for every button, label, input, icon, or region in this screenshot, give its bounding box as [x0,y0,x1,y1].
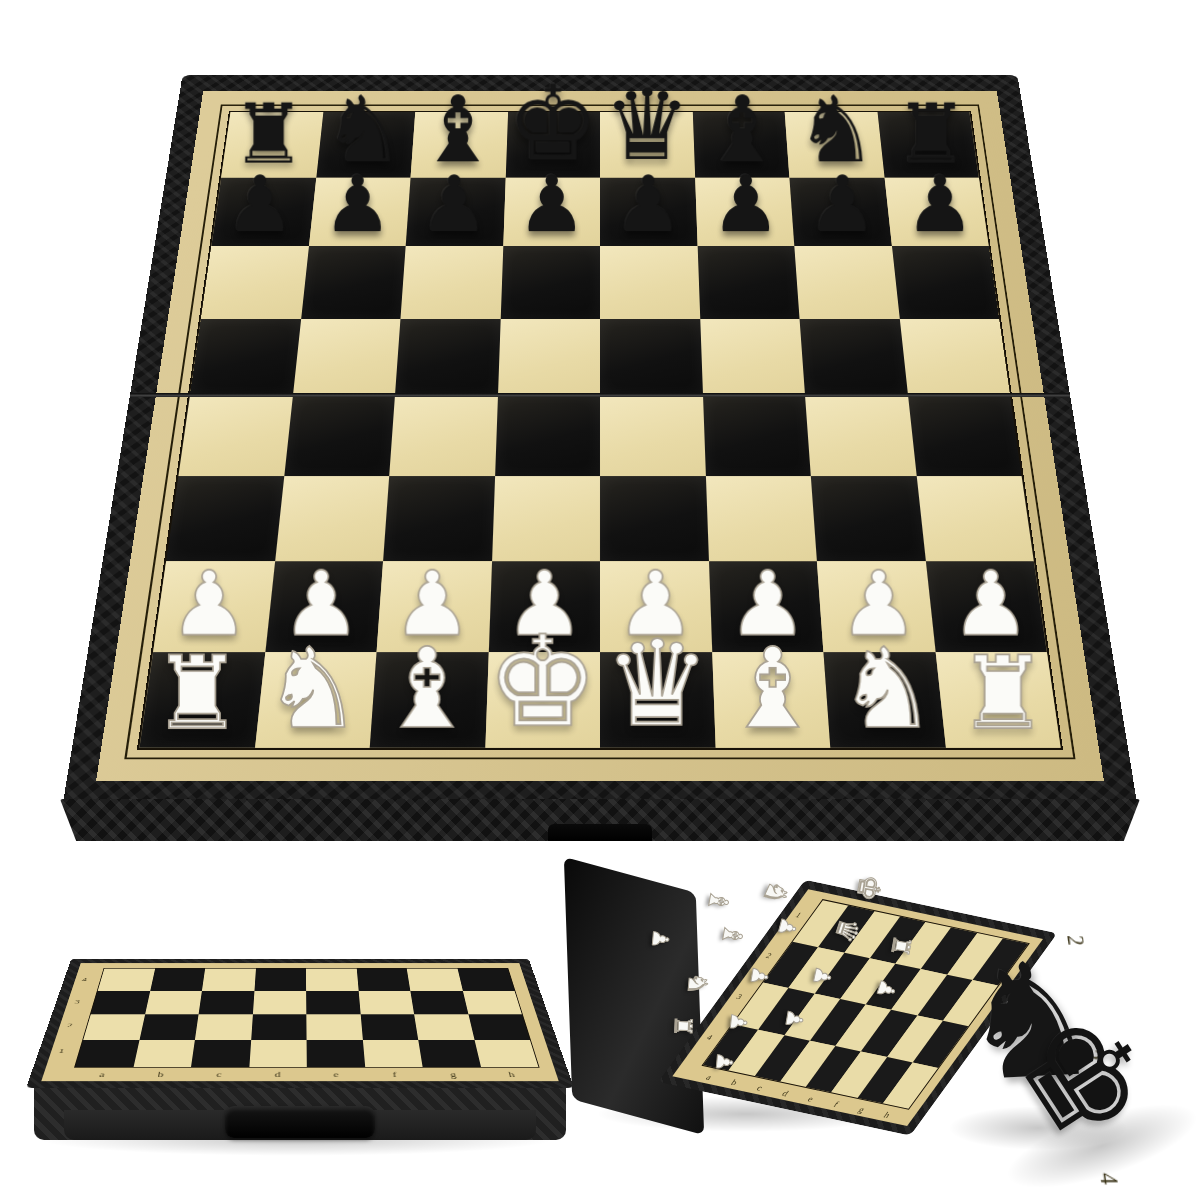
square [400,246,502,318]
square [916,476,1034,561]
rank-number: 3 [74,999,81,1005]
square [492,476,600,561]
file-letter: f [384,1071,405,1080]
white-pawn-lying: ♟ [712,1052,736,1074]
square [407,969,463,991]
tent-left-panel [564,857,704,1135]
file-letter: g [442,1071,463,1080]
white-rook: ♜ [957,643,1048,744]
square [498,319,601,395]
square [410,991,468,1015]
square [98,969,155,991]
file-letter: b [150,1071,171,1080]
rank-number: 2 [66,1022,73,1028]
file-letter: b [725,1077,743,1088]
black-pawn: ♟ [614,166,684,244]
white-rook-lying: ♜ [887,934,914,959]
page-root: { "game": "chess", "scene": "magnetic fo… [0,0,1200,1200]
square [362,1040,422,1067]
square [202,969,256,991]
square [306,1014,362,1039]
white-queen: ♛ [604,625,711,744]
square [468,1014,530,1039]
white-knight-lying: ♞ [758,876,794,911]
square [908,395,1022,476]
square [145,991,202,1015]
square [389,395,497,476]
file-letter: f [827,1099,845,1110]
file-letter: d [268,1071,288,1080]
tent-board: abcdefgh 1234 ♝♞♚♟♝♟♛♜♞♟♟♟♜♟♟♟ [566,842,918,1150]
square [178,395,292,476]
square [150,969,205,991]
folded-board-latch [225,1106,375,1138]
square: ♛ [600,652,715,748]
folded-board-frame: abcdefgh 4321 [26,959,574,1088]
square [201,246,309,318]
folded-board-front [34,1082,566,1140]
folded-board-grid [75,969,538,1067]
square [199,991,254,1015]
file-letter: c [209,1071,230,1080]
board-surface: ♜♞♝♚♛♝♞♜♟♟♟♟♟♟♟♟♟♟♟♟♟♟♟♟♜♞♝♚♛♝♞♜ 1234567… [96,91,1104,781]
loose-pieces: ♞ ♚ [942,948,1194,1192]
square: ♟ [406,177,506,246]
square [800,319,908,395]
white-bishop: ♝ [723,633,823,744]
square [414,1014,474,1039]
white-rook-lying: ♜ [670,1015,695,1037]
square [293,319,401,395]
black-pawn: ♟ [420,166,490,244]
square [395,319,500,395]
square [418,1040,480,1067]
square [356,969,410,991]
file-letter: e [802,1093,820,1104]
square [139,1014,198,1039]
square: ♟ [884,177,989,246]
square [705,476,817,561]
square [307,1040,365,1067]
rank-number: 4 [81,977,87,982]
white-pawn-lying: ♟ [809,964,835,988]
square [75,1040,139,1067]
square [703,395,811,476]
square [195,1014,253,1039]
square [83,1014,144,1039]
file-letter: h [878,1109,896,1120]
square: ♟ [789,177,891,246]
square [700,319,805,395]
black-pawn: ♟ [808,166,878,244]
square: ♚ [485,652,600,748]
square [360,1014,418,1039]
black-pawn: ♟ [225,166,295,244]
square [891,246,999,318]
square [301,246,406,318]
main-board-3d-stage: ♜♞♝♚♛♝♞♜♟♟♟♟♟♟♟♟♟♟♟♟♟♟♟♟♜♞♝♚♛♝♞♜ 1234567… [0,0,1200,860]
file-letter: h [501,1071,523,1080]
square: ♟ [503,177,600,246]
square [600,476,708,561]
square: ♞ [823,652,945,748]
square [600,319,703,395]
board-front-edge [60,799,1140,841]
folded-board: abcdefgh 4321 [26,916,574,1166]
black-pawn: ♟ [323,166,393,244]
main-chess-board: ♜♞♝♚♛♝♞♜♟♟♟♟♟♟♟♟♟♟♟♟♟♟♟♟♜♞♝♚♛♝♞♜ 1234567… [62,75,1137,807]
square [600,246,700,318]
square [383,476,495,561]
square [166,476,284,561]
square: ♝ [712,652,831,748]
white-bishop-lying: ♝ [718,921,748,948]
square [474,1040,538,1067]
square [191,1040,251,1067]
square: ♟ [211,177,316,246]
white-knight: ♞ [263,633,363,744]
square [254,969,306,991]
white-king: ♚ [486,618,599,744]
black-pawn: ♟ [905,166,975,244]
square: ♟ [309,177,411,246]
square [805,395,916,476]
file-letter: e [326,1071,346,1080]
white-pawn-lying: ♟ [649,928,673,950]
square [462,991,522,1015]
front-edge-notch [548,824,652,841]
square: ♜ [139,652,264,748]
rank-number: 3 [734,993,743,1001]
square [306,991,360,1015]
square [252,991,306,1015]
square [249,1040,307,1067]
square [794,246,899,318]
square: ♜ [935,652,1060,748]
white-knight: ♞ [838,633,938,744]
square: ♞ [255,652,377,748]
rank-number: 4 [705,1034,714,1042]
white-knight-lying: ♞ [683,972,711,997]
file-letter: d [776,1088,794,1099]
folded-board-top: abcdefgh 4321 [26,959,574,1088]
square: ♟ [600,177,697,246]
square [697,246,799,318]
square [600,395,705,476]
square [495,395,600,476]
file-letter: a [700,1072,718,1083]
rank-number: 1 [58,1047,65,1054]
board-frame: ♜♞♝♚♛♝♞♜♟♟♟♟♟♟♟♟♟♟♟♟♟♟♟♟♜♞♝♚♛♝♞♜ 1234567… [62,75,1137,807]
file-letter: a [91,1071,113,1080]
square [457,969,514,991]
square [500,246,600,318]
square: ♟ [695,177,795,246]
white-rook: ♜ [152,643,243,744]
file-letter: g [853,1104,871,1115]
square: ♝ [370,652,489,748]
board-squares-grid: ♜♞♝♚♛♝♞♜♟♟♟♟♟♟♟♟♟♟♟♟♟♟♟♟♜♞♝♚♛♝♞♜ [139,112,1060,748]
black-pawn: ♟ [711,166,781,244]
white-pawn-lying: ♟ [726,1011,750,1033]
square [251,1014,307,1039]
white-bishop: ♝ [378,633,478,744]
square [190,319,301,395]
white-pawn-lying: ♟ [782,1008,807,1031]
rank-number: 2 [764,952,773,960]
square [275,476,390,561]
square [811,476,926,561]
square [899,319,1010,395]
square [284,395,395,476]
folded-board-surface: abcdefgh 4321 [41,963,559,1081]
square [91,991,150,1015]
file-letter: c [751,1082,769,1093]
square [133,1040,195,1067]
white-pawn-lying: ♟ [746,965,771,988]
square [306,969,358,991]
square [358,991,414,1015]
white-king-lying: ♚ [851,872,885,904]
white-bishop-lying: ♝ [704,887,734,914]
black-pawn: ♟ [517,166,587,244]
